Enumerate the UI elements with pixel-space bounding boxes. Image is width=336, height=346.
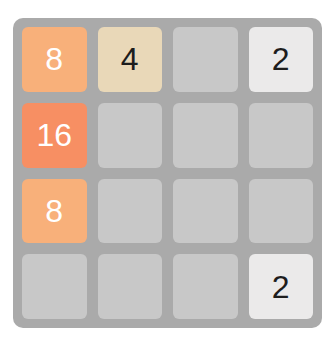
tile-2: 2 bbox=[249, 27, 314, 92]
empty-cell bbox=[173, 179, 238, 244]
empty-cell bbox=[249, 103, 314, 168]
empty-cell bbox=[173, 254, 238, 319]
empty-cell bbox=[22, 254, 87, 319]
empty-cell bbox=[173, 27, 238, 92]
tile-16: 16 bbox=[22, 103, 87, 168]
empty-cell bbox=[249, 179, 314, 244]
tile-8: 8 bbox=[22, 179, 87, 244]
tile-2: 2 bbox=[249, 254, 314, 319]
game-board-2048[interactable]: 8421682 bbox=[13, 18, 322, 328]
tile-8: 8 bbox=[22, 27, 87, 92]
tile-4: 4 bbox=[98, 27, 163, 92]
empty-cell bbox=[98, 103, 163, 168]
empty-cell bbox=[98, 179, 163, 244]
empty-cell bbox=[98, 254, 163, 319]
empty-cell bbox=[173, 103, 238, 168]
